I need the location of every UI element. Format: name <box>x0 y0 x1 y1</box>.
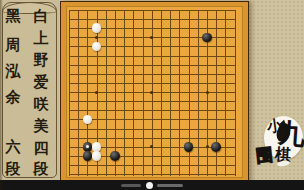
panel-char: 段 <box>31 160 51 178</box>
black-stone-Q16 <box>202 33 212 43</box>
watermark-left <box>121 184 141 187</box>
star-point <box>206 145 209 148</box>
panel-char: 黑 <box>3 7 23 25</box>
panel-char: 上 <box>31 29 51 47</box>
panel-char: 野 <box>31 51 51 69</box>
black-stone-N4 <box>184 142 194 152</box>
edge-vignette <box>0 0 3 190</box>
star-point <box>95 36 98 39</box>
player-panel: 白上野爱咲美四段 黑周泓余六段 <box>0 0 59 180</box>
panel-char: 白 <box>31 7 51 25</box>
panel-char: 咲 <box>31 95 51 113</box>
panel-char: 美 <box>31 117 51 135</box>
last-move-marker <box>86 145 89 148</box>
black-stone-C3 <box>83 151 93 161</box>
player-bar[interactable] <box>0 180 304 190</box>
panel-char: 爱 <box>31 73 51 91</box>
star-point <box>206 91 209 94</box>
black-stone-R4 <box>211 142 221 152</box>
star-point <box>150 91 153 94</box>
video-frame: 白上野爱咲美四段 黑周泓余六段 小 九 围 棋 <box>0 0 304 190</box>
panel-char: 泓 <box>3 62 23 80</box>
panel-char: 周 <box>3 36 23 54</box>
seal-char-wei: 围 <box>255 143 274 168</box>
star-point <box>95 91 98 94</box>
panel-char: 六 <box>3 138 23 156</box>
panel-char: 余 <box>3 88 23 106</box>
go-board <box>60 1 249 183</box>
white-stone-D3 <box>92 151 102 161</box>
progress-knob-icon[interactable] <box>146 182 153 189</box>
panel-char: 段 <box>3 160 23 178</box>
watermark-right <box>157 184 183 187</box>
black-stone-F3 <box>110 151 120 161</box>
brand-seal: 小 九 围 棋 <box>247 0 304 180</box>
panel-char: 四 <box>31 139 51 157</box>
